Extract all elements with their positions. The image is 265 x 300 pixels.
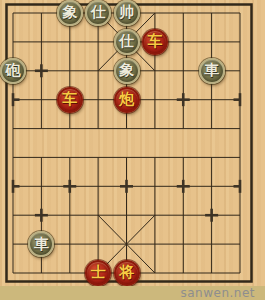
piece-red-chariot[interactable]: 车: [57, 87, 83, 113]
piece-green-advisor[interactable]: 仕: [85, 0, 111, 26]
piece-glyph: 車: [204, 63, 219, 78]
piece-green-general[interactable]: 帅: [114, 0, 140, 26]
piece-red-cannon[interactable]: 炮: [114, 87, 140, 113]
piece-green-elephant[interactable]: 象: [57, 0, 83, 26]
bottom-strip: sanwen.net: [0, 286, 265, 300]
piece-green-advisor[interactable]: 仕: [114, 29, 140, 55]
piece-glyph: 象: [62, 5, 77, 20]
watermark: sanwen.net: [180, 286, 265, 300]
piece-glyph: 仕: [91, 5, 106, 20]
piece-red-general[interactable]: 将: [114, 260, 140, 286]
xiangqi-screenshot: 象仕帅仕车砲象車车炮車士将 sanwen.net: [0, 0, 265, 300]
piece-green-chariot[interactable]: 車: [199, 58, 225, 84]
piece-green-chariot[interactable]: 車: [28, 231, 54, 257]
piece-glyph: 帅: [119, 5, 134, 20]
piece-glyph: 砲: [6, 63, 21, 78]
piece-glyph: 象: [119, 63, 134, 78]
piece-red-advisor[interactable]: 士: [85, 260, 111, 286]
piece-glyph: 仕: [119, 34, 134, 49]
piece-glyph: 士: [91, 265, 106, 280]
piece-red-chariot[interactable]: 车: [142, 29, 168, 55]
piece-glyph: 将: [119, 265, 134, 280]
piece-glyph: 车: [147, 34, 162, 49]
piece-green-elephant[interactable]: 象: [114, 58, 140, 84]
piece-green-cannon[interactable]: 砲: [0, 58, 26, 84]
piece-glyph: 炮: [119, 92, 134, 107]
piece-glyph: 车: [62, 92, 77, 107]
piece-glyph: 車: [34, 237, 49, 252]
piece-layer: 象仕帅仕车砲象車车炮車士将: [0, 0, 254, 287]
